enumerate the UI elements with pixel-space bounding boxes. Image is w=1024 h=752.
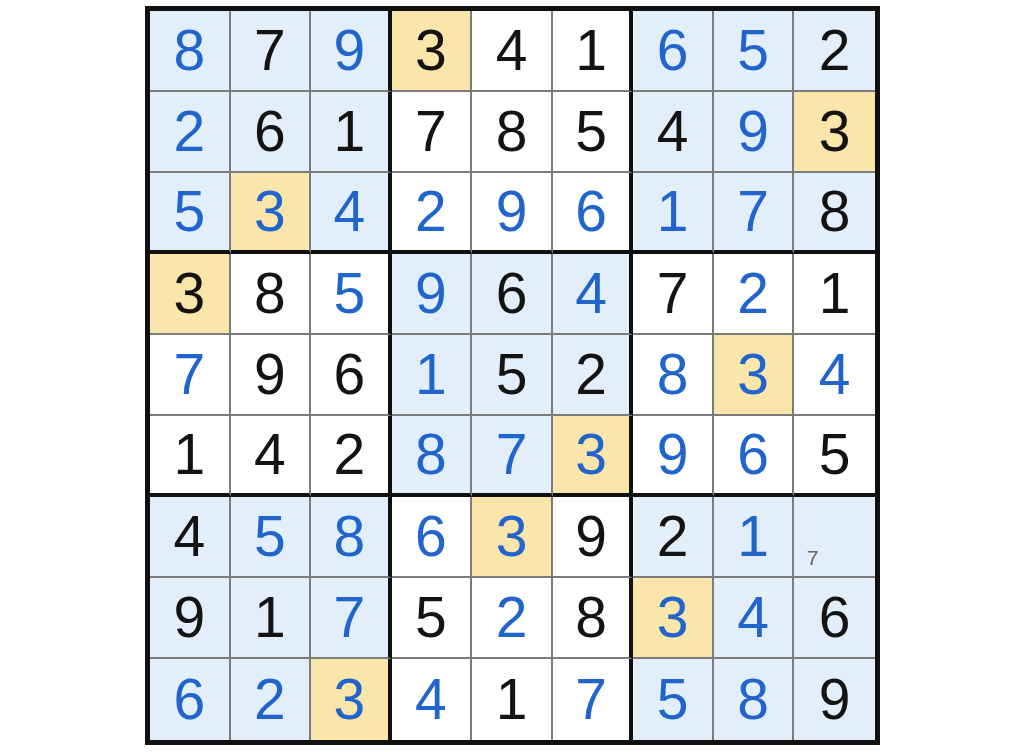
- filled-digit: 3: [496, 508, 528, 565]
- cell-r9c8[interactable]: 8: [714, 659, 795, 740]
- cell-r2c2[interactable]: 6: [231, 92, 312, 173]
- given-digit: 4: [657, 103, 689, 160]
- cell-r2c4[interactable]: 7: [392, 92, 473, 173]
- filled-digit: 2: [254, 671, 286, 728]
- cell-r5c1[interactable]: 7: [150, 335, 231, 416]
- cell-r9c9[interactable]: 9: [794, 659, 875, 740]
- cell-r7c5[interactable]: 3: [472, 497, 553, 578]
- cell-r6c4[interactable]: 8: [392, 416, 473, 497]
- note-slot-empty: [846, 524, 868, 546]
- given-digit: 2: [657, 508, 689, 565]
- filled-digit: 1: [657, 183, 689, 240]
- cell-r1c5[interactable]: 4: [472, 11, 553, 92]
- given-digit: 9: [819, 671, 851, 728]
- cell-r9c5[interactable]: 1: [472, 659, 553, 740]
- cell-r4c3[interactable]: 5: [311, 254, 392, 335]
- cell-r1c7[interactable]: 6: [633, 11, 714, 92]
- given-digit: 1: [334, 103, 366, 160]
- cell-r5c4[interactable]: 1: [392, 335, 473, 416]
- cell-r7c4[interactable]: 6: [392, 497, 473, 578]
- filled-digit: 9: [415, 265, 447, 322]
- cell-r1c8[interactable]: 5: [714, 11, 795, 92]
- cell-r8c8[interactable]: 4: [714, 578, 795, 659]
- given-digit: 2: [575, 346, 607, 403]
- cell-r8c4[interactable]: 5: [392, 578, 473, 659]
- cell-r6c8[interactable]: 6: [714, 416, 795, 497]
- given-digit: 7: [254, 22, 286, 79]
- cell-r4c9[interactable]: 1: [794, 254, 875, 335]
- filled-digit: 4: [415, 671, 447, 728]
- filled-digit: 8: [173, 22, 205, 79]
- cell-r7c3[interactable]: 8: [311, 497, 392, 578]
- cell-r2c9[interactable]: 3: [794, 92, 875, 173]
- given-digit: 2: [334, 426, 366, 483]
- filled-digit: 7: [496, 426, 528, 483]
- cell-r9c1[interactable]: 6: [150, 659, 231, 740]
- cell-r4c2[interactable]: 8: [231, 254, 312, 335]
- cell-r8c3[interactable]: 7: [311, 578, 392, 659]
- note-slot-empty: [846, 547, 868, 569]
- filled-digit: 7: [334, 589, 366, 646]
- filled-digit: 9: [334, 22, 366, 79]
- filled-digit: 3: [657, 589, 689, 646]
- filled-digit: 2: [496, 589, 528, 646]
- cell-r3c9[interactable]: 8: [794, 173, 875, 254]
- cell-r2c8[interactable]: 9: [714, 92, 795, 173]
- cell-r5c2[interactable]: 9: [231, 335, 312, 416]
- filled-digit: 4: [575, 265, 607, 322]
- given-digit: 1: [496, 671, 528, 728]
- filled-digit: 3: [254, 183, 286, 240]
- given-digit: 6: [334, 346, 366, 403]
- given-digit: 5: [819, 426, 851, 483]
- note-slot-empty: [801, 524, 823, 546]
- note-slot-empty: [801, 502, 823, 524]
- filled-digit: 2: [737, 265, 769, 322]
- cell-r9c2[interactable]: 2: [231, 659, 312, 740]
- filled-digit: 4: [334, 183, 366, 240]
- cell-r9c4[interactable]: 4: [392, 659, 473, 740]
- note-slot-empty: [846, 502, 868, 524]
- filled-digit: 5: [657, 671, 689, 728]
- given-digit: 4: [173, 508, 205, 565]
- filled-digit: 9: [737, 103, 769, 160]
- filled-digit: 6: [737, 426, 769, 483]
- cell-r7c8[interactable]: 1: [714, 497, 795, 578]
- given-digit: 8: [575, 589, 607, 646]
- given-digit: 3: [819, 103, 851, 160]
- cell-r3c8[interactable]: 7: [714, 173, 795, 254]
- given-digit: 3: [173, 265, 205, 322]
- cell-r5c6[interactable]: 2: [553, 335, 634, 416]
- filled-digit: 8: [334, 508, 366, 565]
- sudoku-app: 8793416522617854935342961783859647217961…: [0, 0, 1024, 752]
- filled-digit: 5: [173, 183, 205, 240]
- cell-r8c5[interactable]: 2: [472, 578, 553, 659]
- given-digit: 5: [496, 346, 528, 403]
- note-slot-empty: [824, 502, 846, 524]
- filled-digit: 3: [334, 671, 366, 728]
- given-digit: 1: [254, 589, 286, 646]
- filled-digit: 7: [575, 671, 607, 728]
- cell-r4c4[interactable]: 9: [392, 254, 473, 335]
- cell-r5c3[interactable]: 6: [311, 335, 392, 416]
- filled-digit: 5: [254, 508, 286, 565]
- cell-r2c5[interactable]: 8: [472, 92, 553, 173]
- given-digit: 1: [819, 265, 851, 322]
- cell-r3c1[interactable]: 5: [150, 173, 231, 254]
- cell-r2c1[interactable]: 2: [150, 92, 231, 173]
- given-digit: 9: [173, 589, 205, 646]
- cell-r4c6[interactable]: 4: [553, 254, 634, 335]
- pencil-notes: 7: [801, 502, 868, 569]
- cell-r3c2[interactable]: 3: [231, 173, 312, 254]
- filled-digit: 1: [737, 508, 769, 565]
- cell-r6c6[interactable]: 3: [553, 416, 634, 497]
- cell-r6c7[interactable]: 9: [633, 416, 714, 497]
- cell-r7c2[interactable]: 5: [231, 497, 312, 578]
- cell-r1c6[interactable]: 1: [553, 11, 634, 92]
- given-digit: 5: [415, 589, 447, 646]
- cell-r7c1[interactable]: 4: [150, 497, 231, 578]
- filled-digit: 8: [657, 346, 689, 403]
- filled-digit: 6: [173, 671, 205, 728]
- given-digit: 9: [575, 508, 607, 565]
- note-digit-7: 7: [801, 547, 823, 569]
- filled-digit: 2: [415, 183, 447, 240]
- cell-r9c6[interactable]: 7: [553, 659, 634, 740]
- cell-r6c5[interactable]: 7: [472, 416, 553, 497]
- given-digit: 9: [254, 346, 286, 403]
- cell-r8c2[interactable]: 1: [231, 578, 312, 659]
- filled-digit: 4: [819, 346, 851, 403]
- cell-r3c6[interactable]: 6: [553, 173, 634, 254]
- cell-r6c3[interactable]: 2: [311, 416, 392, 497]
- cell-r8c7[interactable]: 3: [633, 578, 714, 659]
- cell-r4c1[interactable]: 3: [150, 254, 231, 335]
- cell-r7c7[interactable]: 2: [633, 497, 714, 578]
- cell-r5c7[interactable]: 8: [633, 335, 714, 416]
- filled-digit: 9: [657, 426, 689, 483]
- filled-digit: 9: [496, 183, 528, 240]
- cell-r6c2[interactable]: 4: [231, 416, 312, 497]
- cell-r5c8[interactable]: 3: [714, 335, 795, 416]
- cell-r4c8[interactable]: 2: [714, 254, 795, 335]
- filled-digit: 8: [415, 426, 447, 483]
- cell-r1c9[interactable]: 2: [794, 11, 875, 92]
- filled-digit: 8: [737, 671, 769, 728]
- cell-r3c7[interactable]: 1: [633, 173, 714, 254]
- cell-r7c9[interactable]: 7: [794, 497, 875, 578]
- filled-digit: 1: [415, 346, 447, 403]
- given-digit: 1: [173, 426, 205, 483]
- given-digit: 8: [496, 103, 528, 160]
- cell-r5c5[interactable]: 5: [472, 335, 553, 416]
- filled-digit: 7: [737, 183, 769, 240]
- cell-r6c1[interactable]: 1: [150, 416, 231, 497]
- filled-digit: 2: [173, 103, 205, 160]
- cell-r2c6[interactable]: 5: [553, 92, 634, 173]
- filled-digit: 4: [737, 589, 769, 646]
- sudoku-board: 8793416522617854935342961783859647217961…: [145, 6, 880, 745]
- given-digit: 7: [415, 103, 447, 160]
- filled-digit: 6: [415, 508, 447, 565]
- note-slot-empty: [824, 524, 846, 546]
- filled-digit: 6: [657, 22, 689, 79]
- note-slot-empty: [824, 547, 846, 569]
- given-digit: 7: [657, 265, 689, 322]
- given-digit: 3: [415, 22, 447, 79]
- filled-digit: 6: [575, 183, 607, 240]
- filled-digit: 5: [737, 22, 769, 79]
- cell-r9c7[interactable]: 5: [633, 659, 714, 740]
- given-digit: 6: [254, 103, 286, 160]
- filled-digit: 3: [737, 346, 769, 403]
- cell-r2c3[interactable]: 1: [311, 92, 392, 173]
- cell-r1c3[interactable]: 9: [311, 11, 392, 92]
- given-digit: 2: [819, 22, 851, 79]
- cell-r1c1[interactable]: 8: [150, 11, 231, 92]
- cell-r3c3[interactable]: 4: [311, 173, 392, 254]
- given-digit: 8: [819, 183, 851, 240]
- cell-r9c3[interactable]: 3: [311, 659, 392, 740]
- cell-r2c7[interactable]: 4: [633, 92, 714, 173]
- cell-r8c9[interactable]: 6: [794, 578, 875, 659]
- filled-digit: 5: [334, 265, 366, 322]
- cell-r1c2[interactable]: 7: [231, 11, 312, 92]
- cell-r3c4[interactable]: 2: [392, 173, 473, 254]
- given-digit: 1: [575, 22, 607, 79]
- cell-r8c6[interactable]: 8: [553, 578, 634, 659]
- given-digit: 8: [254, 265, 286, 322]
- given-digit: 4: [496, 22, 528, 79]
- cell-r5c9[interactable]: 4: [794, 335, 875, 416]
- cell-r4c5[interactable]: 6: [472, 254, 553, 335]
- filled-digit: 3: [575, 426, 607, 483]
- cell-r6c9[interactable]: 5: [794, 416, 875, 497]
- cell-r8c1[interactable]: 9: [150, 578, 231, 659]
- cell-r1c4[interactable]: 3: [392, 11, 473, 92]
- cell-r4c7[interactable]: 7: [633, 254, 714, 335]
- given-digit: 6: [496, 265, 528, 322]
- cell-r3c5[interactable]: 9: [472, 173, 553, 254]
- given-digit: 4: [254, 426, 286, 483]
- filled-digit: 7: [173, 346, 205, 403]
- cell-r7c6[interactable]: 9: [553, 497, 634, 578]
- given-digit: 5: [575, 103, 607, 160]
- given-digit: 6: [819, 589, 851, 646]
